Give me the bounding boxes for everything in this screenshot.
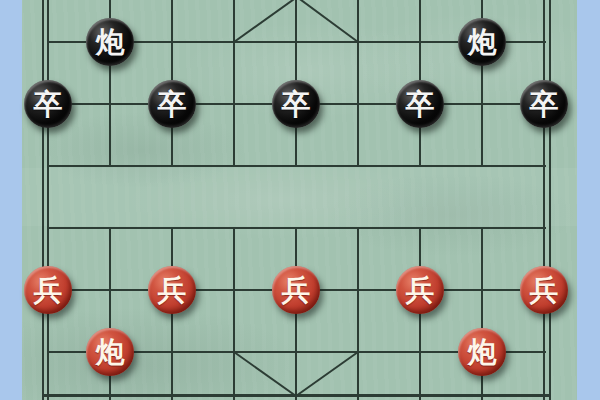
piece-black-soldier[interactable]: 卒: [520, 80, 568, 128]
window-background-right: [577, 0, 600, 400]
piece-black-soldier[interactable]: 卒: [148, 80, 196, 128]
xiangqi-app-view: 炮炮卒卒卒卒卒兵兵兵兵兵炮炮: [0, 0, 600, 400]
piece-black-cannon[interactable]: 炮: [458, 18, 506, 66]
grid-line: [233, 227, 235, 400]
grid-line: [47, 0, 49, 400]
river-band: [22, 168, 577, 226]
piece-red-soldier[interactable]: 兵: [148, 266, 196, 314]
window-background-left: [0, 0, 22, 400]
piece-red-soldier[interactable]: 兵: [396, 266, 444, 314]
piece-black-soldier[interactable]: 卒: [272, 80, 320, 128]
piece-red-soldier[interactable]: 兵: [24, 266, 72, 314]
grid-line: [42, 0, 44, 400]
piece-black-soldier[interactable]: 卒: [396, 80, 444, 128]
grid-line: [233, 0, 235, 167]
grid-line: [357, 227, 359, 400]
piece-black-cannon[interactable]: 炮: [86, 18, 134, 66]
grid-line: [549, 0, 551, 400]
piece-black-soldier[interactable]: 卒: [24, 80, 72, 128]
grid-line: [357, 0, 359, 167]
piece-red-soldier[interactable]: 兵: [272, 266, 320, 314]
grid-line: [543, 0, 545, 400]
piece-red-soldier[interactable]: 兵: [520, 266, 568, 314]
piece-red-cannon[interactable]: 炮: [458, 328, 506, 376]
piece-red-cannon[interactable]: 炮: [86, 328, 134, 376]
